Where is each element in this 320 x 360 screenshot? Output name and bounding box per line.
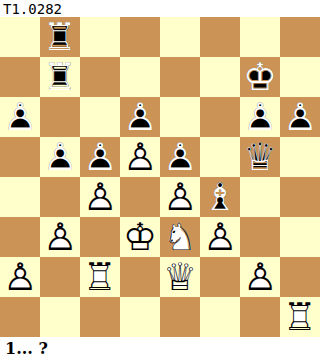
square-e3[interactable]: ♞♘ [160, 217, 200, 257]
square-f7[interactable] [200, 57, 240, 97]
square-d7[interactable] [120, 57, 160, 97]
square-d2[interactable] [120, 257, 160, 297]
square-g3[interactable] [240, 217, 280, 257]
black-rook-piece[interactable]: ♜♖ [40, 57, 80, 97]
black-pawn-piece[interactable]: ♟♙ [240, 97, 280, 137]
square-a3[interactable] [0, 217, 40, 257]
square-c5[interactable]: ♟♙ [80, 137, 120, 177]
square-f2[interactable] [200, 257, 240, 297]
square-e2[interactable]: ♛♕ [160, 257, 200, 297]
white-rook-piece[interactable]: ♜♖ [80, 257, 120, 297]
white-pawn-piece[interactable]: ♟♙ [80, 177, 120, 217]
square-h1[interactable]: ♜♖ [280, 297, 320, 337]
square-g2[interactable]: ♟♙ [240, 257, 280, 297]
piece-outline-glyph: ♕ [240, 137, 280, 177]
white-pawn-piece[interactable]: ♟♙ [120, 137, 160, 177]
piece-outline-glyph: ♙ [120, 97, 160, 137]
square-h7[interactable] [280, 57, 320, 97]
black-pawn-piece[interactable]: ♟♙ [0, 97, 40, 137]
piece-outline-glyph: ♙ [80, 137, 120, 177]
square-a6[interactable]: ♟♙ [0, 97, 40, 137]
piece-outline-glyph: ♙ [240, 257, 280, 297]
square-c8[interactable] [80, 17, 120, 57]
chess-puzzle-page: T1.0282 ♜♖♜♖♚♔♟♙♟♙♟♙♟♙♟♙♟♙♟♙♟♙♛♕♟♙♟♙♝♗♟♙… [0, 0, 320, 360]
white-pawn-piece[interactable]: ♟♙ [40, 217, 80, 257]
square-h6[interactable]: ♟♙ [280, 97, 320, 137]
piece-outline-glyph: ♙ [160, 177, 200, 217]
square-g4[interactable] [240, 177, 280, 217]
square-e1[interactable] [160, 297, 200, 337]
piece-outline-glyph: ♙ [40, 217, 80, 257]
square-h4[interactable] [280, 177, 320, 217]
square-c3[interactable] [80, 217, 120, 257]
square-g1[interactable] [240, 297, 280, 337]
piece-outline-glyph: ♙ [240, 97, 280, 137]
square-a2[interactable]: ♟♙ [0, 257, 40, 297]
square-f1[interactable] [200, 297, 240, 337]
piece-outline-glyph: ♕ [160, 257, 200, 297]
white-knight-piece[interactable]: ♞♘ [160, 217, 200, 257]
piece-outline-glyph: ♗ [200, 177, 240, 217]
square-f4[interactable]: ♝♗ [200, 177, 240, 217]
black-rook-piece[interactable]: ♜♖ [40, 17, 80, 57]
square-b1[interactable] [40, 297, 80, 337]
piece-outline-glyph: ♖ [280, 297, 320, 337]
square-b7[interactable]: ♜♖ [40, 57, 80, 97]
piece-outline-glyph: ♔ [120, 217, 160, 257]
piece-outline-glyph: ♙ [40, 137, 80, 177]
white-pawn-piece[interactable]: ♟♙ [0, 257, 40, 297]
piece-outline-glyph: ♙ [280, 97, 320, 137]
square-g8[interactable] [240, 17, 280, 57]
square-h5[interactable] [280, 137, 320, 177]
square-c4[interactable]: ♟♙ [80, 177, 120, 217]
white-queen-piece[interactable]: ♛♕ [160, 257, 200, 297]
piece-outline-glyph: ♙ [160, 137, 200, 177]
black-bishop-piece[interactable]: ♝♗ [200, 177, 240, 217]
black-pawn-piece[interactable]: ♟♙ [120, 97, 160, 137]
white-rook-piece[interactable]: ♜♖ [280, 297, 320, 337]
square-h2[interactable] [280, 257, 320, 297]
square-b4[interactable] [40, 177, 80, 217]
square-f3[interactable]: ♟♙ [200, 217, 240, 257]
square-b2[interactable] [40, 257, 80, 297]
piece-outline-glyph: ♙ [80, 177, 120, 217]
square-g7[interactable]: ♚♔ [240, 57, 280, 97]
black-king-piece[interactable]: ♚♔ [240, 57, 280, 97]
square-c1[interactable] [80, 297, 120, 337]
square-h8[interactable] [280, 17, 320, 57]
piece-outline-glyph: ♔ [240, 57, 280, 97]
square-d1[interactable] [120, 297, 160, 337]
piece-outline-glyph: ♖ [40, 17, 80, 57]
square-b8[interactable]: ♜♖ [40, 17, 80, 57]
square-e4[interactable]: ♟♙ [160, 177, 200, 217]
black-pawn-piece[interactable]: ♟♙ [40, 137, 80, 177]
square-c7[interactable] [80, 57, 120, 97]
square-h3[interactable] [280, 217, 320, 257]
square-d6[interactable]: ♟♙ [120, 97, 160, 137]
square-a1[interactable] [0, 297, 40, 337]
square-f8[interactable] [200, 17, 240, 57]
white-pawn-piece[interactable]: ♟♙ [160, 177, 200, 217]
piece-outline-glyph: ♘ [160, 217, 200, 257]
black-pawn-piece[interactable]: ♟♙ [160, 137, 200, 177]
square-a7[interactable] [0, 57, 40, 97]
piece-outline-glyph: ♙ [200, 217, 240, 257]
piece-outline-glyph: ♖ [80, 257, 120, 297]
square-c6[interactable] [80, 97, 120, 137]
square-g5[interactable]: ♛♕ [240, 137, 280, 177]
piece-outline-glyph: ♖ [40, 57, 80, 97]
black-pawn-piece[interactable]: ♟♙ [80, 137, 120, 177]
square-d4[interactable] [120, 177, 160, 217]
square-e7[interactable] [160, 57, 200, 97]
move-prompt: 1... ? [5, 339, 48, 358]
square-e5[interactable]: ♟♙ [160, 137, 200, 177]
white-king-piece[interactable]: ♚♔ [120, 217, 160, 257]
status-bar: 1... ? [0, 337, 320, 360]
square-d3[interactable]: ♚♔ [120, 217, 160, 257]
square-b6[interactable] [40, 97, 80, 137]
black-pawn-piece[interactable]: ♟♙ [280, 97, 320, 137]
square-g6[interactable]: ♟♙ [240, 97, 280, 137]
square-f5[interactable] [200, 137, 240, 177]
white-pawn-piece[interactable]: ♟♙ [200, 217, 240, 257]
square-a8[interactable] [0, 17, 40, 57]
white-pawn-piece[interactable]: ♟♙ [240, 257, 280, 297]
piece-outline-glyph: ♙ [0, 257, 40, 297]
square-f6[interactable] [200, 97, 240, 137]
square-a4[interactable] [0, 177, 40, 217]
square-d8[interactable] [120, 17, 160, 57]
chess-board: ♜♖♜♖♚♔♟♙♟♙♟♙♟♙♟♙♟♙♟♙♟♙♛♕♟♙♟♙♝♗♟♙♚♔♞♘♟♙♟♙… [0, 17, 320, 337]
square-e8[interactable] [160, 17, 200, 57]
square-b5[interactable]: ♟♙ [40, 137, 80, 177]
square-e6[interactable] [160, 97, 200, 137]
square-a5[interactable] [0, 137, 40, 177]
square-c2[interactable]: ♜♖ [80, 257, 120, 297]
square-b3[interactable]: ♟♙ [40, 217, 80, 257]
piece-outline-glyph: ♙ [120, 137, 160, 177]
black-queen-piece[interactable]: ♛♕ [240, 137, 280, 177]
square-d5[interactable]: ♟♙ [120, 137, 160, 177]
piece-outline-glyph: ♙ [0, 97, 40, 137]
